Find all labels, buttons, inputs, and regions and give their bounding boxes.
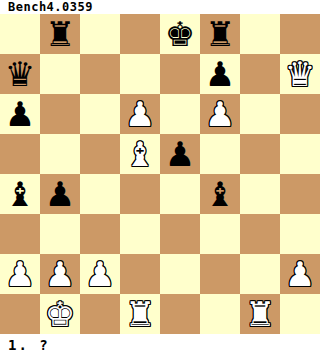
black-king-e8: ♚ bbox=[160, 14, 200, 54]
square-a4[interactable]: ♝ bbox=[0, 174, 40, 214]
square-d4[interactable] bbox=[120, 174, 160, 214]
square-b7[interactable] bbox=[40, 54, 80, 94]
black-queen-a7: ♛ bbox=[0, 54, 40, 94]
square-f3[interactable] bbox=[200, 214, 240, 254]
square-e8[interactable]: ♚ bbox=[160, 14, 200, 54]
square-e5[interactable]: ♟ bbox=[160, 134, 200, 174]
square-g5[interactable] bbox=[240, 134, 280, 174]
square-c2[interactable]: ♟ bbox=[80, 254, 120, 294]
white-bishop-d5: ♝ bbox=[120, 134, 160, 174]
square-c5[interactable] bbox=[80, 134, 120, 174]
square-e1[interactable] bbox=[160, 294, 200, 334]
square-c7[interactable] bbox=[80, 54, 120, 94]
square-f4[interactable]: ♝ bbox=[200, 174, 240, 214]
white-pawn-h2: ♟ bbox=[280, 254, 320, 294]
white-pawn-b2: ♟ bbox=[40, 254, 80, 294]
square-g7[interactable] bbox=[240, 54, 280, 94]
square-f1[interactable] bbox=[200, 294, 240, 334]
chess-app-window: Bench4.0359 ♜♚♜♛♟♛♟♟♟♝♟♝♟♝♟♟♟♟♚♜♜ 1. ? bbox=[0, 0, 320, 360]
square-d1[interactable]: ♜ bbox=[120, 294, 160, 334]
square-d7[interactable] bbox=[120, 54, 160, 94]
square-h7[interactable]: ♛ bbox=[280, 54, 320, 94]
black-pawn-a6: ♟ bbox=[0, 94, 40, 134]
square-a5[interactable] bbox=[0, 134, 40, 174]
square-b8[interactable]: ♜ bbox=[40, 14, 80, 54]
white-rook-g1: ♜ bbox=[240, 294, 280, 334]
square-h8[interactable] bbox=[280, 14, 320, 54]
white-pawn-c2: ♟ bbox=[80, 254, 120, 294]
square-f2[interactable] bbox=[200, 254, 240, 294]
square-c6[interactable] bbox=[80, 94, 120, 134]
white-king-b1: ♚ bbox=[40, 294, 80, 334]
square-f8[interactable]: ♜ bbox=[200, 14, 240, 54]
black-bishop-f4: ♝ bbox=[200, 174, 240, 214]
square-b2[interactable]: ♟ bbox=[40, 254, 80, 294]
square-g3[interactable] bbox=[240, 214, 280, 254]
square-e6[interactable] bbox=[160, 94, 200, 134]
square-h6[interactable] bbox=[280, 94, 320, 134]
square-g1[interactable]: ♜ bbox=[240, 294, 280, 334]
square-h5[interactable] bbox=[280, 134, 320, 174]
square-a8[interactable] bbox=[0, 14, 40, 54]
square-h1[interactable] bbox=[280, 294, 320, 334]
square-g8[interactable] bbox=[240, 14, 280, 54]
white-rook-d1: ♜ bbox=[120, 294, 160, 334]
square-f6[interactable]: ♟ bbox=[200, 94, 240, 134]
square-b1[interactable]: ♚ bbox=[40, 294, 80, 334]
square-b5[interactable] bbox=[40, 134, 80, 174]
square-a2[interactable]: ♟ bbox=[0, 254, 40, 294]
square-a6[interactable]: ♟ bbox=[0, 94, 40, 134]
square-d8[interactable] bbox=[120, 14, 160, 54]
chess-board: ♜♚♜♛♟♛♟♟♟♝♟♝♟♝♟♟♟♟♚♜♜ bbox=[0, 14, 320, 334]
square-b4[interactable]: ♟ bbox=[40, 174, 80, 214]
white-pawn-f6: ♟ bbox=[200, 94, 240, 134]
black-pawn-e5: ♟ bbox=[160, 134, 200, 174]
black-rook-b8: ♜ bbox=[40, 14, 80, 54]
white-pawn-d6: ♟ bbox=[120, 94, 160, 134]
square-f7[interactable]: ♟ bbox=[200, 54, 240, 94]
square-g2[interactable] bbox=[240, 254, 280, 294]
position-title: Bench4.0359 bbox=[0, 0, 320, 14]
square-c3[interactable] bbox=[80, 214, 120, 254]
square-e3[interactable] bbox=[160, 214, 200, 254]
square-e7[interactable] bbox=[160, 54, 200, 94]
square-h4[interactable] bbox=[280, 174, 320, 214]
black-pawn-b4: ♟ bbox=[40, 174, 80, 214]
square-c8[interactable] bbox=[80, 14, 120, 54]
square-a1[interactable] bbox=[0, 294, 40, 334]
black-pawn-f7: ♟ bbox=[200, 54, 240, 94]
square-a7[interactable]: ♛ bbox=[0, 54, 40, 94]
square-h3[interactable] bbox=[280, 214, 320, 254]
square-c1[interactable] bbox=[80, 294, 120, 334]
black-rook-f8: ♜ bbox=[200, 14, 240, 54]
square-e4[interactable] bbox=[160, 174, 200, 214]
square-d3[interactable] bbox=[120, 214, 160, 254]
square-b6[interactable] bbox=[40, 94, 80, 134]
white-pawn-a2: ♟ bbox=[0, 254, 40, 294]
square-g6[interactable] bbox=[240, 94, 280, 134]
square-e2[interactable] bbox=[160, 254, 200, 294]
square-h2[interactable]: ♟ bbox=[280, 254, 320, 294]
black-bishop-a4: ♝ bbox=[0, 174, 40, 214]
square-b3[interactable] bbox=[40, 214, 80, 254]
square-d5[interactable]: ♝ bbox=[120, 134, 160, 174]
square-d2[interactable] bbox=[120, 254, 160, 294]
white-queen-h7: ♛ bbox=[280, 54, 320, 94]
move-prompt: 1. ? bbox=[0, 334, 320, 360]
square-c4[interactable] bbox=[80, 174, 120, 214]
square-a3[interactable] bbox=[0, 214, 40, 254]
square-g4[interactable] bbox=[240, 174, 280, 214]
square-d6[interactable]: ♟ bbox=[120, 94, 160, 134]
square-f5[interactable] bbox=[200, 134, 240, 174]
